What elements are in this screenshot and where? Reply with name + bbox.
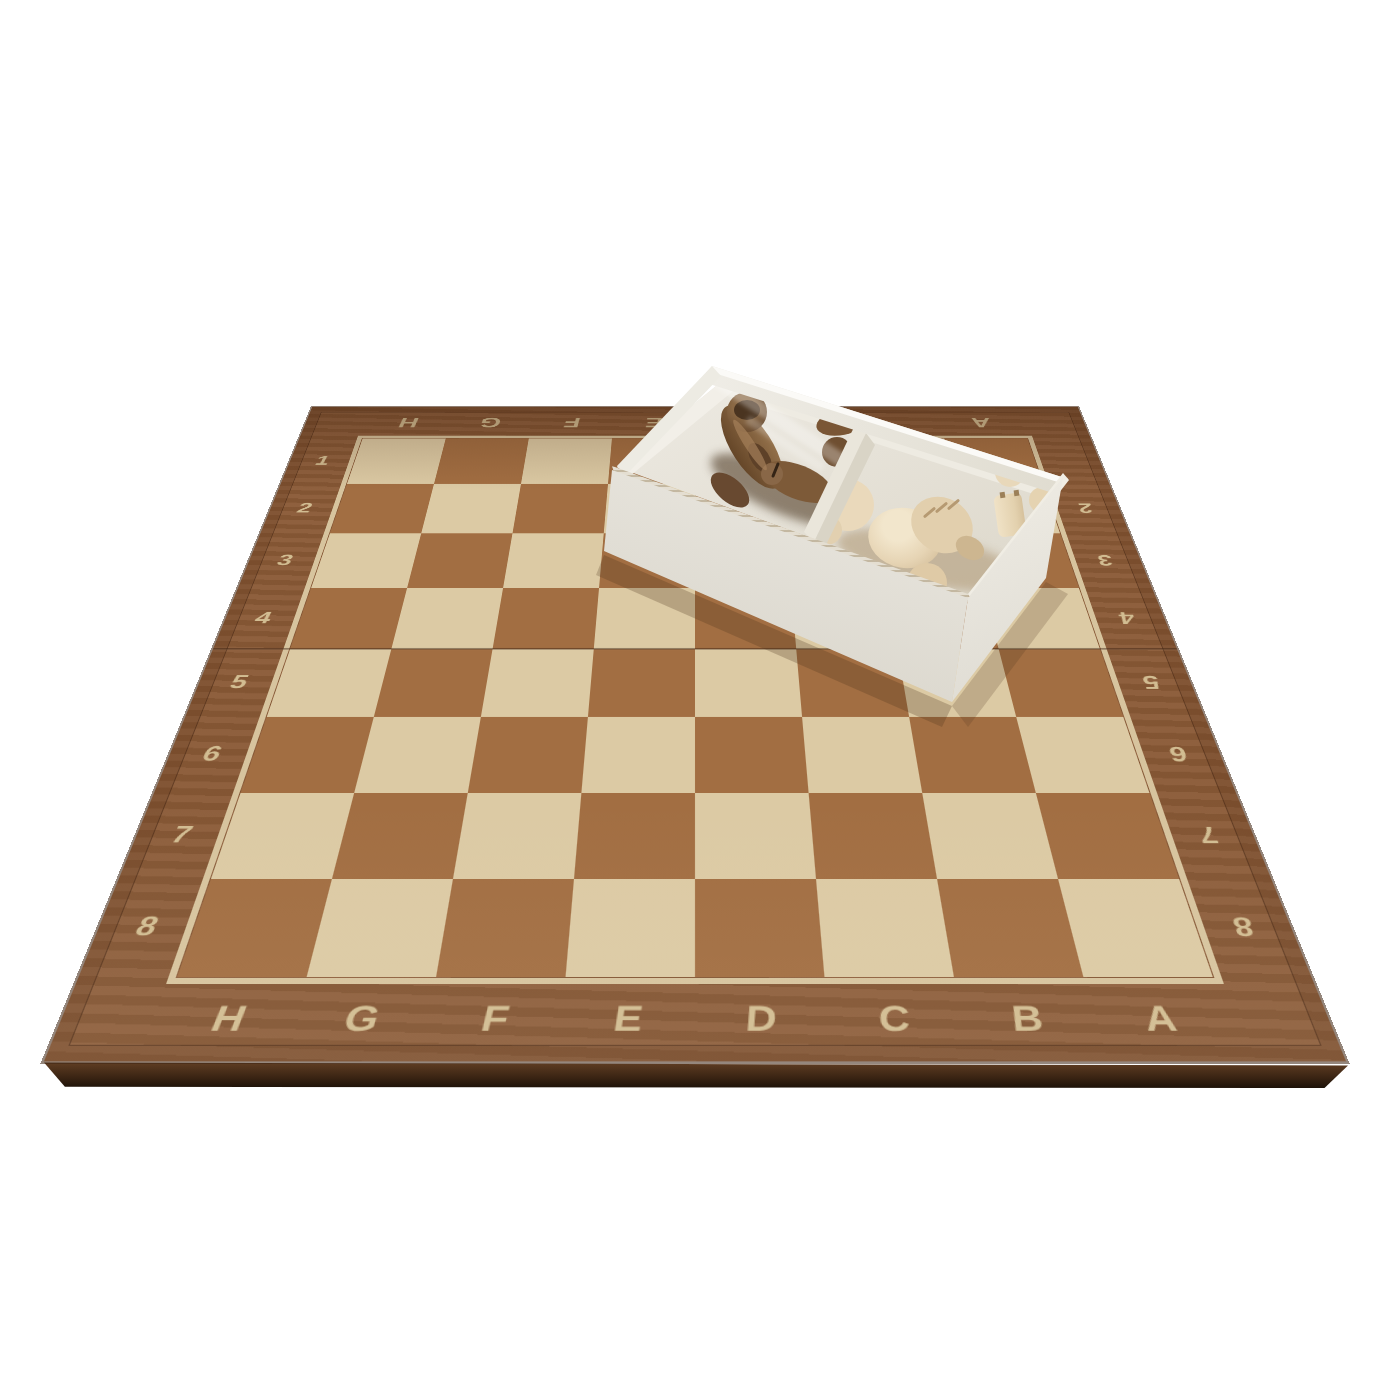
square-f8 [436,879,574,977]
square-f4 [493,588,599,649]
square-d8 [695,879,824,977]
light-piece-rook-crenel [1014,490,1020,497]
file-label-h: H [396,415,422,431]
file-label-g: G [339,998,386,1039]
piece-storage-box [590,355,1090,735]
rank-label-8: 8 [1229,911,1256,942]
file-label-h: H [205,998,253,1039]
square-g7 [332,793,468,879]
file-label-b: B [1010,998,1046,1039]
square-h3 [311,533,421,588]
square-b7 [922,793,1058,879]
board-side-edge [44,1058,1348,1088]
square-g6 [354,717,481,793]
square-g1 [434,438,529,483]
square-f5 [481,649,594,717]
square-g8 [307,879,453,977]
file-label-f: F [562,415,583,431]
rank-label-5: 5 [1140,671,1161,692]
square-c7 [809,793,937,879]
file-label-c: C [879,998,911,1039]
square-e8 [566,879,695,977]
file-label-d: D [744,998,778,1039]
rank-label-8: 8 [130,911,164,942]
rank-label-5: 5 [226,671,253,692]
square-d7 [695,793,816,879]
file-label-f: F [477,998,513,1039]
square-g4 [391,588,503,649]
square-f7 [453,793,581,879]
rank-label-2: 2 [294,500,316,516]
rank-label-4: 4 [251,608,276,627]
file-label-e: E [611,998,646,1039]
square-h2 [330,484,434,534]
square-e7 [574,793,695,879]
rank-label-6: 6 [1167,742,1190,766]
square-f3 [503,533,604,588]
file-labels-bottom: HGFEDCBA [148,977,1242,1061]
rank-label-4: 4 [1117,608,1137,627]
light-piece-rook-crenel [1000,492,1006,499]
square-f6 [468,717,588,793]
rank-label-7: 7 [1196,821,1221,848]
rank-label-6: 6 [197,742,226,766]
square-h1 [347,438,446,483]
square-g3 [407,533,512,588]
photo-scene: HGFEA HGFEDCBA 12345678 2345678 [0,0,1400,1400]
square-g5 [374,649,493,717]
file-label-a: A [1141,998,1180,1039]
file-label-g: G [477,415,504,431]
rank-label-3: 3 [1096,552,1114,569]
rank-label-1: 1 [312,454,333,468]
square-c8 [816,879,954,977]
rank-label-7: 7 [166,821,197,848]
square-g2 [421,484,521,534]
rank-label-3: 3 [273,552,296,569]
